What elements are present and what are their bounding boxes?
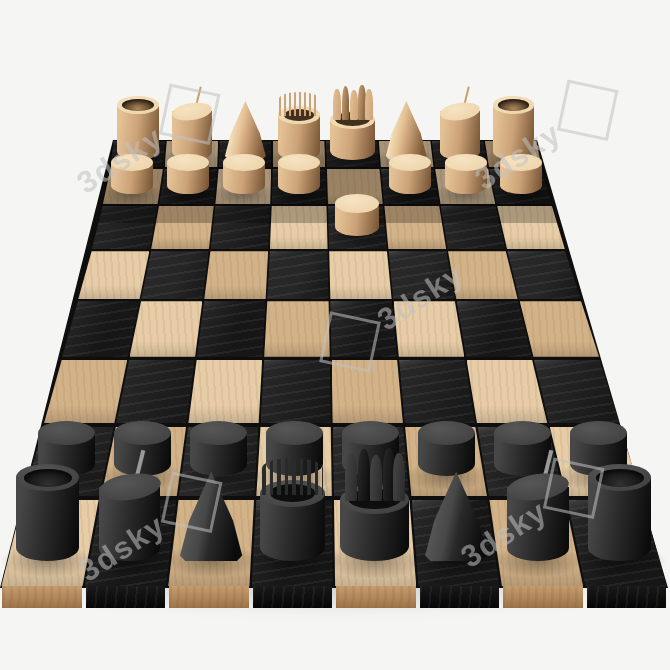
piece-white-rook-h1 <box>493 96 534 159</box>
king-rod <box>342 86 350 120</box>
square-e5 <box>330 301 397 356</box>
piece-white-rook-a1 <box>117 96 158 159</box>
piece-white-knight-b1 <box>172 86 212 159</box>
piece-white-pawn-d2 <box>278 154 320 194</box>
king-rod <box>393 453 405 501</box>
piece-white-pawn-f2 <box>389 154 431 194</box>
piece-white-king-e1 <box>330 85 376 159</box>
cylinder-top <box>167 154 209 172</box>
cone-body <box>224 101 266 160</box>
cylinder-top <box>335 194 379 213</box>
rook-hollow <box>122 99 154 111</box>
square-c6 <box>188 360 262 424</box>
block-front-e8 <box>336 586 416 608</box>
piece-black-king-e8 <box>340 448 409 561</box>
cylinder-top <box>278 154 320 172</box>
piece-white-pawn-b2 <box>167 154 209 194</box>
square-d3 <box>270 206 328 249</box>
square-c4 <box>204 251 268 299</box>
diamond-logo-icon <box>557 79 619 141</box>
cone-body <box>179 472 244 561</box>
cone-body <box>424 472 489 561</box>
piece-black-bishop-c8 <box>179 472 244 561</box>
piece-black-pawn-c7 <box>190 421 247 476</box>
block-front-c8 <box>169 586 249 608</box>
queen-crenellation <box>279 92 319 116</box>
piece-black-bishop-f8 <box>424 472 489 561</box>
square-f5 <box>394 301 465 356</box>
square-e4 <box>329 251 391 299</box>
square-g3 <box>441 206 506 249</box>
cylinder-top <box>494 421 551 445</box>
piece-black-knight-b8 <box>99 449 161 561</box>
block-front-d8 <box>253 586 333 608</box>
square-d6 <box>261 360 331 424</box>
block-front-h8 <box>587 586 667 608</box>
king-rod <box>370 455 382 501</box>
cylinder-top <box>266 421 323 445</box>
king-rod <box>350 90 358 120</box>
square-a3 <box>92 206 157 249</box>
block-front-f8 <box>420 586 500 608</box>
piece-white-knight-g1 <box>440 86 480 159</box>
piece-white-bishop-f1 <box>385 101 427 160</box>
piece-white-pawn-e3 <box>335 194 379 236</box>
piece-white-pawn-c2 <box>223 154 265 194</box>
queen-crenellation <box>262 458 323 495</box>
square-b3 <box>151 206 213 249</box>
rook-hollow <box>498 99 530 111</box>
square-f3 <box>384 206 446 249</box>
cylinder-top <box>342 421 399 445</box>
rook-hollow <box>24 469 72 487</box>
piece-black-rook-a8 <box>16 464 79 561</box>
piece-white-pawn-a2 <box>111 154 153 194</box>
piece-black-pawn-f7 <box>418 421 475 476</box>
block-front-b8 <box>86 586 166 608</box>
cylinder-top <box>223 154 265 172</box>
square-b4 <box>141 251 208 299</box>
piece-black-rook-h8 <box>588 464 651 561</box>
square-c5 <box>197 301 266 356</box>
rook-hollow <box>596 469 644 487</box>
cylinder-top <box>445 154 487 172</box>
square-c3 <box>211 206 271 249</box>
piece-black-knight-g8 <box>507 449 569 561</box>
piece-white-queen-d1 <box>278 92 320 160</box>
square-b5 <box>130 301 203 356</box>
cylinder-top <box>570 421 627 445</box>
square-g4 <box>448 251 518 299</box>
piece-white-bishop-c1 <box>224 101 266 160</box>
square-b6 <box>116 360 195 424</box>
square-f6 <box>399 360 475 424</box>
square-d5 <box>264 301 329 356</box>
chess-product-render: 3dsky3dsky3dsky3dsky3dsky <box>0 0 670 670</box>
block-front-g8 <box>503 586 583 608</box>
king-rod <box>345 454 357 501</box>
square-e6 <box>332 360 403 424</box>
piece-black-queen-d8 <box>260 458 325 561</box>
cylinder-top <box>418 421 475 445</box>
king-rod <box>358 449 370 501</box>
piece-white-pawn-h2 <box>500 154 542 194</box>
block-front-a8 <box>2 586 82 608</box>
king-rod <box>333 89 341 120</box>
cone-body <box>385 101 427 160</box>
square-f4 <box>389 251 455 299</box>
king-rod <box>365 89 373 121</box>
piece-white-pawn-g2 <box>445 154 487 194</box>
square-d4 <box>267 251 328 299</box>
